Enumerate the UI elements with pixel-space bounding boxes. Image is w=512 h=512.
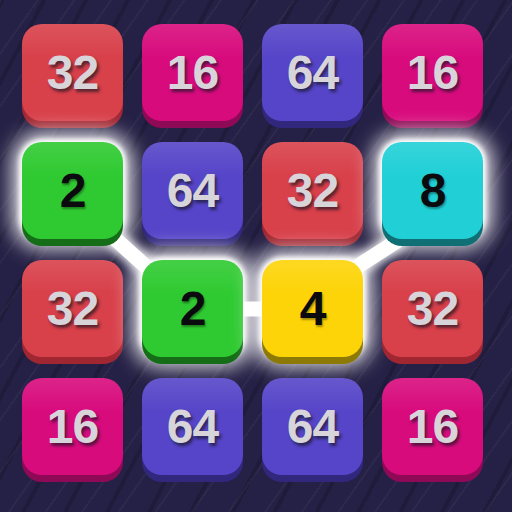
tile-value: 16 [407,49,458,97]
game-background: 3216641626432832243216646416 [0,0,512,512]
tile-r1c2[interactable]: 16 [142,24,243,121]
board: 3216641626432832243216646416 [0,0,512,512]
tile-value: 32 [47,49,98,97]
tile-value: 32 [47,285,98,333]
tile-r4c3[interactable]: 64 [262,378,363,475]
tile-value: 32 [287,167,338,215]
tile-value: 32 [407,285,458,333]
tile-r2c1[interactable]: 2 [22,142,123,239]
tile-r2c3[interactable]: 32 [262,142,363,239]
tile-r4c2[interactable]: 64 [142,378,243,475]
tile-r3c1[interactable]: 32 [22,260,123,357]
tile-value: 2 [60,167,86,215]
tile-value: 64 [167,403,218,451]
tile-r2c4[interactable]: 8 [382,142,483,239]
tile-r1c1[interactable]: 32 [22,24,123,121]
tile-value: 16 [47,403,98,451]
tile-value: 8 [420,167,446,215]
tile-value: 16 [167,49,218,97]
tile-value: 2 [180,285,206,333]
tile-r1c3[interactable]: 64 [262,24,363,121]
tile-value: 16 [407,403,458,451]
tile-r4c1[interactable]: 16 [22,378,123,475]
tile-r2c2[interactable]: 64 [142,142,243,239]
tile-value: 4 [300,285,326,333]
tile-value: 64 [167,167,218,215]
tile-r1c4[interactable]: 16 [382,24,483,121]
tile-r3c2[interactable]: 2 [142,260,243,357]
tile-value: 64 [287,403,338,451]
tile-r3c3[interactable]: 4 [262,260,363,357]
tile-r4c4[interactable]: 16 [382,378,483,475]
tile-r3c4[interactable]: 32 [382,260,483,357]
tile-value: 64 [287,49,338,97]
